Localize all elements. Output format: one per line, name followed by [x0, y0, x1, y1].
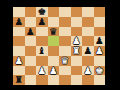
square-g2[interactable]: ♟	[82, 66, 94, 76]
square-g4[interactable]: ♟	[82, 46, 94, 56]
square-e8[interactable]	[59, 7, 71, 17]
square-h8[interactable]	[94, 7, 106, 17]
square-b1[interactable]	[25, 75, 37, 85]
square-h2[interactable]: ♚	[94, 66, 106, 76]
white-rook-f4[interactable]: ♜	[71, 46, 83, 56]
white-pawn-g2[interactable]: ♟	[82, 66, 94, 76]
white-pawn-h4[interactable]: ♟	[94, 46, 106, 56]
black-pawn-b6[interactable]: ♟	[25, 27, 37, 37]
white-queen-e3[interactable]: ♛	[59, 56, 71, 66]
square-b3[interactable]	[25, 56, 37, 66]
square-d2[interactable]: ♟	[48, 66, 60, 76]
square-d5[interactable]	[48, 36, 60, 46]
square-d6[interactable]: ♛	[48, 27, 60, 37]
square-h7[interactable]	[94, 17, 106, 27]
square-e2[interactable]	[59, 66, 71, 76]
square-a5[interactable]	[13, 36, 25, 46]
square-a7[interactable]: ♟	[13, 17, 25, 27]
square-f4[interactable]: ♜	[71, 46, 83, 56]
square-g6[interactable]	[82, 27, 94, 37]
square-c7[interactable]: ♟	[36, 17, 48, 27]
square-e6[interactable]	[59, 27, 71, 37]
white-pawn-c2[interactable]: ♟	[36, 66, 48, 76]
square-f7[interactable]	[71, 17, 83, 27]
square-e3[interactable]: ♛	[59, 56, 71, 66]
square-g1[interactable]	[82, 75, 94, 85]
square-d4[interactable]	[48, 46, 60, 56]
chess-board: ♚♟♟♟♛♟♟♝♜♟♟♟♛♟♟♟♚♜	[13, 7, 105, 85]
square-c4[interactable]: ♝	[36, 46, 48, 56]
square-b8[interactable]	[25, 7, 37, 17]
square-f2[interactable]	[71, 66, 83, 76]
square-d1[interactable]	[48, 75, 60, 85]
square-a3[interactable]: ♟	[13, 56, 25, 66]
square-g8[interactable]	[82, 7, 94, 17]
white-pawn-d2[interactable]: ♟	[48, 66, 60, 76]
black-pawn-g4[interactable]: ♟	[82, 46, 94, 56]
square-e5[interactable]	[59, 36, 71, 46]
black-queen-d6[interactable]: ♛	[48, 27, 60, 37]
square-c2[interactable]: ♟	[36, 66, 48, 76]
black-bishop-c4[interactable]: ♝	[36, 46, 48, 56]
square-a6[interactable]	[13, 27, 25, 37]
square-b2[interactable]	[25, 66, 37, 76]
square-c6[interactable]	[36, 27, 48, 37]
square-f1[interactable]	[71, 75, 83, 85]
square-b4[interactable]	[25, 46, 37, 56]
square-h1[interactable]	[94, 75, 106, 85]
square-g7[interactable]	[82, 17, 94, 27]
white-pawn-a3[interactable]: ♟	[13, 56, 25, 66]
black-rook-a1[interactable]: ♜	[13, 75, 25, 85]
square-f3[interactable]	[71, 56, 83, 66]
white-king-h2[interactable]: ♚	[94, 66, 106, 76]
square-b6[interactable]: ♟	[25, 27, 37, 37]
square-b5[interactable]	[25, 36, 37, 46]
square-e7[interactable]	[59, 17, 71, 27]
square-d8[interactable]	[48, 7, 60, 17]
square-c1[interactable]	[36, 75, 48, 85]
square-h4[interactable]: ♟	[94, 46, 106, 56]
page-background: ♚♟♟♟♛♟♟♝♜♟♟♟♛♟♟♟♚♜	[0, 0, 120, 90]
square-f8[interactable]	[71, 7, 83, 17]
square-e1[interactable]	[59, 75, 71, 85]
black-pawn-a7[interactable]: ♟	[13, 17, 25, 27]
black-pawn-c7[interactable]: ♟	[36, 17, 48, 27]
square-a1[interactable]: ♜	[13, 75, 25, 85]
